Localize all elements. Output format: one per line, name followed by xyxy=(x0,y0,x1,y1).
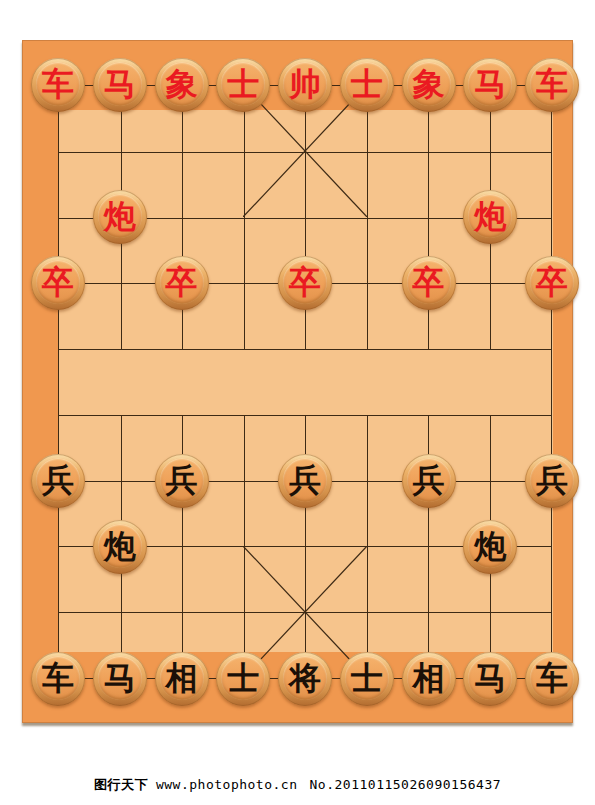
piece-face: 象 xyxy=(407,62,451,106)
piece-red[interactable]: 车 xyxy=(31,58,85,112)
piece-face: 车 xyxy=(530,656,574,700)
piece-black[interactable]: 相 xyxy=(155,652,209,706)
piece-black[interactable]: 士 xyxy=(216,652,270,706)
piece-character: 炮 xyxy=(104,530,136,562)
piece-red[interactable]: 卒 xyxy=(402,256,456,310)
piece-character: 帅 xyxy=(289,68,321,100)
piece-character: 炮 xyxy=(104,200,136,232)
piece-character: 炮 xyxy=(474,530,506,562)
piece-face: 士 xyxy=(221,656,265,700)
piece-face: 卒 xyxy=(530,260,574,304)
piece-red[interactable]: 士 xyxy=(216,58,270,112)
piece-character: 兵 xyxy=(166,464,198,496)
piece-character: 马 xyxy=(104,68,136,100)
piece-character: 马 xyxy=(474,68,506,100)
piece-face: 士 xyxy=(345,656,389,700)
piece-character: 车 xyxy=(536,662,568,694)
piece-black[interactable]: 炮 xyxy=(93,520,147,574)
piece-face: 炮 xyxy=(98,194,142,238)
piece-character: 士 xyxy=(351,68,383,100)
river-cell xyxy=(367,349,429,415)
piece-character: 将 xyxy=(289,662,321,694)
piece-red[interactable]: 象 xyxy=(155,58,209,112)
piece-black[interactable]: 车 xyxy=(525,652,579,706)
piece-face: 兵 xyxy=(283,458,327,502)
piece-face: 车 xyxy=(530,62,574,106)
piece-red[interactable]: 车 xyxy=(525,58,579,112)
piece-face: 将 xyxy=(283,656,327,700)
piece-character: 卒 xyxy=(536,266,568,298)
board-cell xyxy=(182,152,244,218)
piece-character: 卒 xyxy=(166,266,198,298)
watermark-url: www.photophoto.cn xyxy=(156,777,298,792)
piece-black[interactable]: 兵 xyxy=(155,454,209,508)
piece-face: 车 xyxy=(36,62,80,106)
piece-character: 卒 xyxy=(289,266,321,298)
piece-red[interactable]: 炮 xyxy=(93,190,147,244)
piece-character: 士 xyxy=(227,662,259,694)
piece-character: 马 xyxy=(474,662,506,694)
piece-red[interactable]: 马 xyxy=(93,58,147,112)
piece-face: 马 xyxy=(468,62,512,106)
piece-face: 卒 xyxy=(283,260,327,304)
watermark-serial: No.20110115026090156437 xyxy=(310,777,502,792)
piece-character: 车 xyxy=(42,662,74,694)
piece-face: 帅 xyxy=(283,62,327,106)
piece-character: 炮 xyxy=(474,200,506,232)
river-cell xyxy=(305,349,367,415)
piece-character: 相 xyxy=(166,662,198,694)
piece-red[interactable]: 炮 xyxy=(463,190,517,244)
piece-face: 炮 xyxy=(468,524,512,568)
piece-black[interactable]: 车 xyxy=(31,652,85,706)
river-cell xyxy=(428,349,490,415)
piece-red[interactable]: 士 xyxy=(340,58,394,112)
river-cell xyxy=(59,349,121,415)
piece-black[interactable]: 兵 xyxy=(525,454,579,508)
piece-face: 兵 xyxy=(530,458,574,502)
board-cell xyxy=(367,546,429,612)
piece-face: 马 xyxy=(468,656,512,700)
piece-character: 车 xyxy=(42,68,74,100)
watermark: 图行天下www.photophoto.cnNo.2011011502609015… xyxy=(0,776,595,794)
piece-black[interactable]: 马 xyxy=(463,652,517,706)
piece-character: 马 xyxy=(104,662,136,694)
piece-character: 卒 xyxy=(413,266,445,298)
piece-black[interactable]: 士 xyxy=(340,652,394,706)
piece-character: 士 xyxy=(351,662,383,694)
river-cell xyxy=(244,349,306,415)
piece-face: 卒 xyxy=(160,260,204,304)
piece-red[interactable]: 帅 xyxy=(278,58,332,112)
piece-character: 象 xyxy=(413,68,445,100)
piece-black[interactable]: 将 xyxy=(278,652,332,706)
piece-black[interactable]: 兵 xyxy=(402,454,456,508)
piece-face: 兵 xyxy=(160,458,204,502)
piece-character: 车 xyxy=(536,68,568,100)
piece-face: 卒 xyxy=(407,260,451,304)
piece-face: 炮 xyxy=(468,194,512,238)
piece-face: 兵 xyxy=(36,458,80,502)
piece-face: 马 xyxy=(98,62,142,106)
piece-face: 相 xyxy=(407,656,451,700)
piece-black[interactable]: 兵 xyxy=(31,454,85,508)
river-cell xyxy=(182,349,244,415)
piece-face: 象 xyxy=(160,62,204,106)
piece-character: 象 xyxy=(166,68,198,100)
piece-face: 炮 xyxy=(98,524,142,568)
piece-face: 车 xyxy=(36,656,80,700)
piece-character: 士 xyxy=(227,68,259,100)
piece-black[interactable]: 兵 xyxy=(278,454,332,508)
piece-red[interactable]: 马 xyxy=(463,58,517,112)
piece-character: 兵 xyxy=(42,464,74,496)
piece-character: 相 xyxy=(413,662,445,694)
piece-character: 卒 xyxy=(42,266,74,298)
piece-face: 士 xyxy=(221,62,265,106)
piece-face: 士 xyxy=(345,62,389,106)
piece-face: 兵 xyxy=(407,458,451,502)
board-cell xyxy=(367,152,429,218)
river-cell xyxy=(121,349,183,415)
piece-face: 卒 xyxy=(36,260,80,304)
piece-character: 兵 xyxy=(289,464,321,496)
piece-character: 兵 xyxy=(536,464,568,496)
piece-black[interactable]: 炮 xyxy=(463,520,517,574)
page: 车马象士帅士象马车炮炮卒卒卒卒卒兵兵兵兵兵炮炮车马相士将士相马车 图行天下www… xyxy=(0,0,595,805)
piece-red[interactable]: 象 xyxy=(402,58,456,112)
piece-black[interactable]: 相 xyxy=(402,652,456,706)
piece-face: 马 xyxy=(98,656,142,700)
piece-red[interactable]: 卒 xyxy=(525,256,579,310)
piece-red[interactable]: 卒 xyxy=(31,256,85,310)
watermark-site-name: 图行天下 xyxy=(94,777,148,792)
river-cell xyxy=(490,349,552,415)
piece-face: 相 xyxy=(160,656,204,700)
piece-black[interactable]: 马 xyxy=(93,652,147,706)
piece-red[interactable]: 卒 xyxy=(155,256,209,310)
board-cell xyxy=(182,546,244,612)
piece-red[interactable]: 卒 xyxy=(278,256,332,310)
piece-character: 兵 xyxy=(413,464,445,496)
